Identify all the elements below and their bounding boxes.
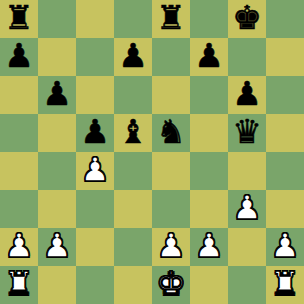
square-h1[interactable]: ♜: [266, 266, 304, 304]
white-pawn[interactable]: ♟: [232, 189, 262, 227]
white-pawn[interactable]: ♟: [270, 227, 300, 265]
white-rook[interactable]: ♜: [270, 265, 300, 303]
square-f7[interactable]: ♟: [190, 38, 228, 76]
square-d5[interactable]: ♝: [114, 114, 152, 152]
square-b2[interactable]: ♟: [38, 228, 76, 266]
black-pawn[interactable]: ♟: [80, 113, 110, 151]
square-b3[interactable]: [38, 190, 76, 228]
square-b1[interactable]: [38, 266, 76, 304]
square-g1[interactable]: [228, 266, 266, 304]
square-c5[interactable]: ♟: [76, 114, 114, 152]
square-d8[interactable]: [114, 0, 152, 38]
square-d4[interactable]: [114, 152, 152, 190]
square-h5[interactable]: [266, 114, 304, 152]
square-g7[interactable]: [228, 38, 266, 76]
square-a8[interactable]: ♜: [0, 0, 38, 38]
square-g5[interactable]: ♛: [228, 114, 266, 152]
square-c2[interactable]: [76, 228, 114, 266]
square-d1[interactable]: [114, 266, 152, 304]
square-h6[interactable]: [266, 76, 304, 114]
square-f8[interactable]: [190, 0, 228, 38]
white-pawn[interactable]: ♟: [194, 227, 224, 265]
black-pawn[interactable]: ♟: [194, 37, 224, 75]
black-pawn[interactable]: ♟: [232, 75, 262, 113]
square-e7[interactable]: [152, 38, 190, 76]
square-e1[interactable]: ♚: [152, 266, 190, 304]
square-h4[interactable]: [266, 152, 304, 190]
square-e5[interactable]: ♞: [152, 114, 190, 152]
square-a1[interactable]: ♜: [0, 266, 38, 304]
square-b5[interactable]: [38, 114, 76, 152]
square-e4[interactable]: [152, 152, 190, 190]
square-d2[interactable]: [114, 228, 152, 266]
square-b4[interactable]: [38, 152, 76, 190]
square-h2[interactable]: ♟: [266, 228, 304, 266]
square-f6[interactable]: [190, 76, 228, 114]
square-g3[interactable]: ♟: [228, 190, 266, 228]
square-b8[interactable]: [38, 0, 76, 38]
white-pawn[interactable]: ♟: [4, 227, 34, 265]
square-a2[interactable]: ♟: [0, 228, 38, 266]
white-pawn[interactable]: ♟: [80, 151, 110, 189]
white-rook[interactable]: ♜: [4, 265, 34, 303]
square-h8[interactable]: [266, 0, 304, 38]
square-g4[interactable]: [228, 152, 266, 190]
square-c1[interactable]: [76, 266, 114, 304]
square-f3[interactable]: [190, 190, 228, 228]
square-e8[interactable]: ♜: [152, 0, 190, 38]
square-d3[interactable]: [114, 190, 152, 228]
square-a6[interactable]: [0, 76, 38, 114]
square-f5[interactable]: [190, 114, 228, 152]
square-d6[interactable]: [114, 76, 152, 114]
square-f2[interactable]: ♟: [190, 228, 228, 266]
square-g2[interactable]: [228, 228, 266, 266]
square-b6[interactable]: ♟: [38, 76, 76, 114]
black-rook[interactable]: ♜: [156, 0, 186, 37]
black-pawn[interactable]: ♟: [4, 37, 34, 75]
black-pawn[interactable]: ♟: [118, 37, 148, 75]
square-f4[interactable]: [190, 152, 228, 190]
square-e2[interactable]: ♟: [152, 228, 190, 266]
square-a3[interactable]: [0, 190, 38, 228]
black-rook[interactable]: ♜: [4, 0, 34, 37]
square-e6[interactable]: [152, 76, 190, 114]
black-pawn[interactable]: ♟: [42, 75, 72, 113]
square-c7[interactable]: [76, 38, 114, 76]
square-b7[interactable]: [38, 38, 76, 76]
black-king[interactable]: ♚: [232, 0, 262, 37]
square-a5[interactable]: [0, 114, 38, 152]
white-pawn[interactable]: ♟: [156, 227, 186, 265]
square-c4[interactable]: ♟: [76, 152, 114, 190]
square-g8[interactable]: ♚: [228, 0, 266, 38]
square-h3[interactable]: [266, 190, 304, 228]
black-queen[interactable]: ♛: [232, 113, 262, 151]
white-king[interactable]: ♚: [156, 265, 186, 303]
square-c3[interactable]: [76, 190, 114, 228]
square-a4[interactable]: [0, 152, 38, 190]
square-c6[interactable]: [76, 76, 114, 114]
square-g6[interactable]: ♟: [228, 76, 266, 114]
black-bishop[interactable]: ♝: [118, 113, 148, 151]
black-knight[interactable]: ♞: [156, 113, 186, 151]
chess-board: ♜♜♚♟♟♟♟♟♟♝♞♛♟♟♟♟♟♟♟♜♚♜: [0, 0, 304, 304]
square-c8[interactable]: [76, 0, 114, 38]
square-a7[interactable]: ♟: [0, 38, 38, 76]
square-d7[interactable]: ♟: [114, 38, 152, 76]
square-f1[interactable]: [190, 266, 228, 304]
square-e3[interactable]: [152, 190, 190, 228]
white-pawn[interactable]: ♟: [42, 227, 72, 265]
square-h7[interactable]: [266, 38, 304, 76]
